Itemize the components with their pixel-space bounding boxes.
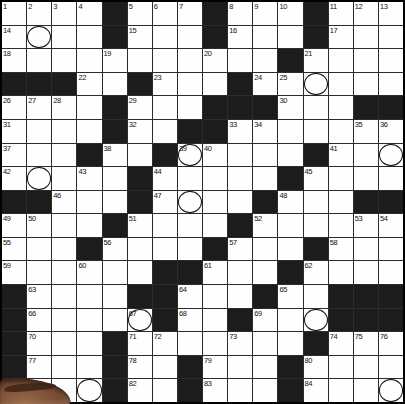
cell-r3c15[interactable] (354, 49, 378, 72)
cell-r5c14[interactable] (329, 96, 353, 119)
cell-r12c4[interactable]: 60 (77, 261, 101, 284)
cell-r8c16[interactable] (379, 167, 403, 190)
cell-r13c13[interactable] (304, 285, 328, 308)
cell-r17c15[interactable] (354, 379, 378, 402)
cell-r13c12[interactable]: 65 (278, 285, 302, 308)
cell-r6c15[interactable]: 35 (354, 120, 378, 143)
cell-r17c4[interactable] (77, 379, 101, 402)
cell-r14c16 (379, 309, 403, 332)
cell-r2c4[interactable] (77, 26, 101, 49)
cell-r17c14[interactable] (329, 379, 353, 402)
cell-r11c7[interactable] (153, 238, 177, 261)
cell-r2c1[interactable]: 14 (2, 26, 26, 49)
cell-r5c9 (203, 96, 227, 119)
clue-number-17: 17 (330, 26, 338, 35)
clue-number-31: 31 (3, 120, 11, 129)
cell-r7c2[interactable] (27, 144, 51, 167)
cell-r12c16[interactable] (379, 261, 403, 284)
cell-r10c8[interactable] (178, 214, 202, 237)
cell-r7c10[interactable] (228, 144, 252, 167)
cell-r8c14[interactable] (329, 167, 353, 190)
cell-r14c9[interactable] (203, 309, 227, 332)
cell-r17c10[interactable] (228, 379, 252, 402)
cell-r2c8[interactable] (178, 26, 202, 49)
cell-r14c11[interactable]: 69 (253, 309, 277, 332)
cell-r13c15 (354, 285, 378, 308)
cell-r13c3[interactable] (52, 285, 76, 308)
cell-r16c9[interactable]: 79 (203, 356, 227, 379)
cell-r4c14[interactable] (329, 73, 353, 96)
cell-r6c4[interactable] (77, 120, 101, 143)
clue-number-72: 72 (154, 332, 162, 341)
cell-r9c10[interactable] (228, 191, 252, 214)
clue-number-19: 19 (104, 49, 112, 58)
cell-r9c12[interactable]: 48 (278, 191, 302, 214)
cell-r13c5[interactable] (103, 285, 127, 308)
cell-r3c12 (278, 49, 302, 72)
cell-r13c2[interactable]: 63 (27, 285, 51, 308)
cell-r2c10[interactable]: 16 (228, 26, 252, 49)
cell-r1c16[interactable]: 13 (379, 2, 403, 25)
cell-r4c15[interactable] (354, 73, 378, 96)
cell-r11c14[interactable]: 58 (329, 238, 353, 261)
cell-r10c12[interactable] (278, 214, 302, 237)
cell-r5c1[interactable]: 26 (2, 96, 26, 119)
cell-r8c11[interactable] (253, 167, 277, 190)
clue-number-78: 78 (129, 356, 137, 365)
cell-r9c4[interactable] (77, 191, 101, 214)
clue-number-56: 56 (104, 238, 112, 247)
cell-r6c10[interactable]: 33 (228, 120, 252, 143)
cell-r5c2[interactable]: 27 (27, 96, 51, 119)
cell-r16c3[interactable] (52, 356, 76, 379)
cell-r4c5[interactable] (103, 73, 127, 96)
cell-r11c15[interactable] (354, 238, 378, 261)
clue-number-40: 40 (204, 144, 212, 153)
cell-r7c1[interactable]: 37 (2, 144, 26, 167)
clue-number-33: 33 (229, 120, 237, 129)
cell-r7c15[interactable] (354, 144, 378, 167)
cell-r5c10 (228, 96, 252, 119)
cell-r2c3[interactable] (52, 26, 76, 49)
cell-r6c16[interactable]: 36 (379, 120, 403, 143)
cell-r10c3[interactable] (52, 214, 76, 237)
cell-r14c5[interactable] (103, 309, 127, 332)
cell-r6c9 (203, 120, 227, 143)
cell-r8c4[interactable]: 43 (77, 167, 101, 190)
cell-r14c8[interactable]: 68 (178, 309, 202, 332)
clue-number-30: 30 (279, 96, 287, 105)
cell-r6c5 (103, 120, 127, 143)
clue-number-37: 37 (3, 144, 11, 153)
cell-r7c9[interactable]: 40 (203, 144, 227, 167)
cell-r2c5 (103, 26, 127, 49)
cell-r15c4[interactable] (77, 332, 101, 355)
cell-r15c13 (304, 332, 328, 355)
cell-r7c12[interactable] (278, 144, 302, 167)
cell-r16c12 (278, 356, 302, 379)
cell-r4c16[interactable] (379, 73, 403, 96)
cell-r2c15[interactable] (354, 26, 378, 49)
cell-r8c8[interactable] (178, 167, 202, 190)
cell-r16c4[interactable] (77, 356, 101, 379)
clue-number-41: 41 (330, 144, 338, 153)
clue-number-10: 10 (279, 2, 287, 11)
cell-r12c1[interactable]: 59 (2, 261, 26, 284)
cell-r5c5 (103, 96, 127, 119)
cell-r12c10[interactable] (228, 261, 252, 284)
circle-marker (27, 26, 51, 49)
cell-r15c2[interactable]: 70 (27, 332, 51, 355)
cell-r10c15[interactable]: 53 (354, 214, 378, 237)
cell-r1c14[interactable]: 11 (329, 2, 353, 25)
cell-r5c11 (253, 96, 277, 119)
cell-r17c11[interactable] (253, 379, 277, 402)
cell-r6c11[interactable]: 34 (253, 120, 277, 143)
clue-number-22: 22 (78, 73, 86, 82)
cell-r8c2[interactable] (27, 167, 51, 190)
cell-r7c11[interactable] (253, 144, 277, 167)
cell-r6c14[interactable] (329, 120, 353, 143)
clue-number-55: 55 (3, 238, 11, 247)
cell-r8c10[interactable] (228, 167, 252, 190)
clue-number-36: 36 (380, 120, 388, 129)
cell-r10c11[interactable]: 52 (253, 214, 277, 237)
cell-r15c11[interactable] (253, 332, 277, 355)
cell-r9c13[interactable] (304, 191, 328, 214)
cell-r16c6[interactable]: 78 (128, 356, 152, 379)
cell-r2c16[interactable] (379, 26, 403, 49)
cell-r9c5[interactable] (103, 191, 127, 214)
cell-r4c4[interactable]: 22 (77, 73, 101, 96)
clue-number-34: 34 (254, 120, 262, 129)
cell-r10c16[interactable]: 54 (379, 214, 403, 237)
cell-r15c10[interactable]: 73 (228, 332, 252, 355)
cell-r3c10[interactable] (228, 49, 252, 72)
cell-r17c7[interactable] (153, 379, 177, 402)
cell-r3c3[interactable] (52, 49, 76, 72)
cell-r2c11[interactable] (253, 26, 277, 49)
circle-marker (379, 144, 403, 167)
cell-r15c15[interactable]: 75 (354, 332, 378, 355)
cell-r8c13[interactable]: 45 (304, 167, 328, 190)
clue-number-5: 5 (129, 2, 133, 11)
cell-r7c3[interactable] (52, 144, 76, 167)
cell-r4c8[interactable] (178, 73, 202, 96)
cell-r14c13[interactable] (304, 309, 328, 332)
cell-r12c2[interactable] (27, 261, 51, 284)
circle-marker (128, 309, 152, 332)
cell-r11c16[interactable] (379, 238, 403, 261)
cell-r16c10[interactable] (228, 356, 252, 379)
cell-r8c15[interactable] (354, 167, 378, 190)
cell-r1c12[interactable]: 10 (278, 2, 302, 25)
cell-r6c7[interactable] (153, 120, 177, 143)
clue-number-75: 75 (355, 332, 363, 341)
cell-r13c9[interactable] (203, 285, 227, 308)
cell-r16c11[interactable] (253, 356, 277, 379)
cell-r1c8[interactable]: 7 (178, 2, 202, 25)
cell-r12c13[interactable]: 62 (304, 261, 328, 284)
clue-number-53: 53 (355, 214, 363, 223)
cell-r17c13[interactable]: 84 (304, 379, 328, 402)
cell-r15c16[interactable]: 76 (379, 332, 403, 355)
cell-r7c7 (153, 144, 177, 167)
cell-r1c10[interactable]: 8 (228, 2, 252, 25)
clue-number-62: 62 (305, 261, 313, 270)
cell-r11c3[interactable] (52, 238, 76, 261)
cell-r7c16[interactable] (379, 144, 403, 167)
cell-r11c1[interactable]: 55 (2, 238, 26, 261)
clue-number-13: 13 (380, 2, 388, 11)
cell-r9c9[interactable] (203, 191, 227, 214)
cell-r1c7[interactable]: 6 (153, 2, 177, 25)
clue-number-57: 57 (229, 238, 237, 247)
cell-r2c12[interactable] (278, 26, 302, 49)
clue-number-61: 61 (204, 261, 212, 270)
cell-r3c5[interactable]: 19 (103, 49, 127, 72)
clue-number-4: 4 (78, 2, 82, 11)
cell-r12c15[interactable] (354, 261, 378, 284)
cell-r5c15 (354, 96, 378, 119)
cell-r9c15 (354, 191, 378, 214)
cell-r10c2[interactable]: 50 (27, 214, 51, 237)
clue-number-35: 35 (355, 120, 363, 129)
cell-r16c14[interactable] (329, 356, 353, 379)
cell-r15c3[interactable] (52, 332, 76, 355)
cell-r5c4[interactable] (77, 96, 101, 119)
cell-r10c4[interactable] (77, 214, 101, 237)
circle-marker (304, 309, 328, 332)
clue-number-7: 7 (179, 2, 183, 11)
clue-number-3: 3 (53, 2, 57, 11)
cell-r6c13[interactable] (304, 120, 328, 143)
clue-number-51: 51 (129, 214, 137, 223)
cell-r12c14[interactable] (329, 261, 353, 284)
cell-r10c5 (103, 214, 127, 237)
clue-number-23: 23 (154, 73, 162, 82)
cell-r13c4[interactable] (77, 285, 101, 308)
cell-r15c14[interactable]: 74 (329, 332, 353, 355)
cell-r3c7[interactable] (153, 49, 177, 72)
clue-number-52: 52 (254, 214, 262, 223)
clue-number-82: 82 (129, 379, 137, 388)
cell-r12c11[interactable] (253, 261, 277, 284)
cell-r13c16 (379, 285, 403, 308)
cell-r4c10 (228, 73, 252, 96)
cell-r16c2[interactable]: 77 (27, 356, 51, 379)
clue-number-80: 80 (305, 356, 313, 365)
cell-r10c1[interactable]: 49 (2, 214, 26, 237)
cell-r7c14[interactable]: 41 (329, 144, 353, 167)
cell-r14c1 (2, 309, 26, 332)
cell-r16c15[interactable] (354, 356, 378, 379)
cell-r10c7[interactable] (153, 214, 177, 237)
clue-number-77: 77 (28, 356, 36, 365)
cell-r1c1[interactable]: 1 (2, 2, 26, 25)
cell-r6c1[interactable]: 31 (2, 120, 26, 143)
cell-r11c2[interactable] (27, 238, 51, 261)
cell-r7c6[interactable] (128, 144, 152, 167)
cell-r1c6[interactable]: 5 (128, 2, 152, 25)
cell-r3c1[interactable]: 18 (2, 49, 26, 72)
cell-r9c8[interactable] (178, 191, 202, 214)
cell-r13c10[interactable] (228, 285, 252, 308)
clue-number-54: 54 (380, 214, 388, 223)
clue-number-15: 15 (129, 26, 137, 35)
circle-marker (379, 379, 403, 402)
cell-r9c3[interactable]: 46 (52, 191, 76, 214)
cell-r11c5[interactable]: 56 (103, 238, 127, 261)
cell-r15c9[interactable] (203, 332, 227, 355)
cell-r2c14[interactable]: 17 (329, 26, 353, 49)
cell-r12c5[interactable] (103, 261, 127, 284)
clue-number-59: 59 (3, 261, 11, 270)
cell-r15c8[interactable] (178, 332, 202, 355)
clue-number-42: 42 (3, 167, 11, 176)
cell-r13c8[interactable]: 64 (178, 285, 202, 308)
clue-number-2: 2 (28, 2, 32, 11)
cell-r9c11 (253, 191, 277, 214)
cell-r8c9[interactable] (203, 167, 227, 190)
cell-r14c3[interactable] (52, 309, 76, 332)
cell-r4c6 (128, 73, 152, 96)
cell-r3c2[interactable] (27, 49, 51, 72)
cell-r6c12[interactable] (278, 120, 302, 143)
cell-r8c7[interactable]: 44 (153, 167, 177, 190)
cell-r9c14[interactable] (329, 191, 353, 214)
cell-r16c5 (103, 356, 127, 379)
cell-r17c16[interactable] (379, 379, 403, 402)
cell-r15c5 (103, 332, 127, 355)
cell-r5c6[interactable]: 29 (128, 96, 152, 119)
cell-r11c8[interactable] (178, 238, 202, 261)
cell-r14c6[interactable]: 67 (128, 309, 152, 332)
cell-r10c13[interactable] (304, 214, 328, 237)
cell-r4c11[interactable]: 24 (253, 73, 277, 96)
cell-r9c7[interactable]: 47 (153, 191, 177, 214)
cell-r8c6 (128, 167, 152, 190)
circle-marker (304, 73, 328, 96)
cell-r8c5[interactable] (103, 167, 127, 190)
cell-r14c10 (228, 309, 252, 332)
clue-number-46: 46 (53, 191, 61, 200)
cell-r17c9[interactable]: 83 (203, 379, 227, 402)
cell-r12c9[interactable]: 61 (203, 261, 227, 284)
cell-r12c6[interactable] (128, 261, 152, 284)
cell-r3c9[interactable]: 20 (203, 49, 227, 72)
cell-r6c8 (178, 120, 202, 143)
cell-r10c6[interactable]: 51 (128, 214, 152, 237)
cell-r17c6[interactable]: 82 (128, 379, 152, 402)
cell-r3c4[interactable] (77, 49, 101, 72)
cell-r7c5[interactable]: 38 (103, 144, 127, 167)
clue-number-11: 11 (330, 2, 337, 11)
cell-r1c4[interactable]: 4 (77, 2, 101, 25)
clue-number-26: 26 (3, 96, 11, 105)
cell-r16c16[interactable] (379, 356, 403, 379)
cell-r2c7[interactable] (153, 26, 177, 49)
cell-r3c13[interactable]: 21 (304, 49, 328, 72)
circle-marker (178, 191, 202, 214)
cell-r10c9[interactable] (203, 214, 227, 237)
cell-r5c3[interactable]: 28 (52, 96, 76, 119)
cell-r4c7[interactable]: 23 (153, 73, 177, 96)
cell-r16c7[interactable] (153, 356, 177, 379)
circle-marker (178, 144, 202, 167)
cell-r10c14[interactable] (329, 214, 353, 237)
clue-number-64: 64 (179, 285, 187, 294)
clue-number-38: 38 (104, 144, 112, 153)
cell-r5c16 (379, 96, 403, 119)
cell-r4c13[interactable] (304, 73, 328, 96)
cell-r13c7 (153, 285, 177, 308)
cell-r5c13[interactable] (304, 96, 328, 119)
cell-r3c8[interactable] (178, 49, 202, 72)
cell-r15c6[interactable]: 71 (128, 332, 152, 355)
cell-r14c12[interactable] (278, 309, 302, 332)
cell-r2c6[interactable]: 15 (128, 26, 152, 49)
cell-r11c13 (304, 238, 328, 261)
cell-r8c1[interactable]: 42 (2, 167, 26, 190)
cell-r4c9[interactable] (203, 73, 227, 96)
clue-number-50: 50 (28, 214, 36, 223)
cell-r3c6[interactable] (128, 49, 152, 72)
cell-r5c7[interactable] (153, 96, 177, 119)
cell-r17c12 (278, 379, 302, 402)
clue-number-44: 44 (154, 167, 162, 176)
clue-number-8: 8 (229, 2, 233, 11)
cell-r3c14[interactable] (329, 49, 353, 72)
cell-r3c16[interactable] (379, 49, 403, 72)
clue-number-32: 32 (129, 120, 137, 129)
cell-r8c12 (278, 167, 302, 190)
cell-r12c3[interactable] (52, 261, 76, 284)
crossword-board: 1234567891011121314151617181920212223242… (0, 0, 405, 404)
clue-number-66: 66 (28, 309, 36, 318)
cell-r15c12[interactable] (278, 332, 302, 355)
cell-r11c6[interactable] (128, 238, 152, 261)
cell-r6c3[interactable] (52, 120, 76, 143)
cell-r1c13 (304, 2, 328, 25)
cell-r8c3[interactable] (52, 167, 76, 190)
cell-r6c2[interactable] (27, 120, 51, 143)
cell-r1c11[interactable]: 9 (253, 2, 277, 25)
cell-r14c4[interactable] (77, 309, 101, 332)
cell-r11c12[interactable] (278, 238, 302, 261)
cell-r5c8[interactable] (178, 96, 202, 119)
cell-r7c13 (304, 144, 328, 167)
cell-r13c6 (128, 285, 152, 308)
cell-r2c2[interactable] (27, 26, 51, 49)
cell-r14c2[interactable]: 66 (27, 309, 51, 332)
clue-number-18: 18 (3, 49, 11, 58)
cell-r15c7[interactable]: 72 (153, 332, 177, 355)
clue-number-20: 20 (204, 49, 212, 58)
cell-r3c11[interactable] (253, 49, 277, 72)
cell-r1c2[interactable]: 2 (27, 2, 51, 25)
cell-r7c8[interactable]: 39 (178, 144, 202, 167)
cell-r1c15[interactable]: 12 (354, 2, 378, 25)
cell-r16c13[interactable]: 80 (304, 356, 328, 379)
cell-r4c12[interactable]: 25 (278, 73, 302, 96)
cell-r6c6[interactable]: 32 (128, 120, 152, 143)
clue-number-25: 25 (279, 73, 287, 82)
cell-r11c10[interactable]: 57 (228, 238, 252, 261)
cell-r5c12[interactable]: 30 (278, 96, 302, 119)
cell-r11c11[interactable] (253, 238, 277, 261)
cell-r1c3[interactable]: 3 (52, 2, 76, 25)
